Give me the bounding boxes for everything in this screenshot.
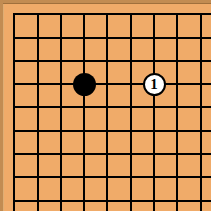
grid-cell [106,83,129,106]
grid-cell [153,153,176,176]
grid-cell [200,37,211,60]
grid-cell [83,200,106,211]
grid-cell [60,176,83,199]
grid-cell [60,200,83,211]
grid-cell [13,83,36,106]
grid-cell [130,106,153,129]
grid-cell [83,130,106,153]
grid-cell [106,106,129,129]
grid-cell [83,153,106,176]
grid-cell [13,13,36,36]
grid-cell [60,13,83,36]
grid-cell [176,60,199,83]
grid-cell [176,106,199,129]
grid-cell [153,176,176,199]
grid-cell [176,13,199,36]
grid-cell [37,200,60,211]
white-stone: 1 [143,73,166,96]
stone-move-number: 1 [150,76,158,91]
grid-cell [37,130,60,153]
grid-cell [106,130,129,153]
grid-cell [200,13,211,36]
grid-cell [37,83,60,106]
grid-cell [106,13,129,36]
grid-cell [13,200,36,211]
grid-cell [60,130,83,153]
grid-cell [106,60,129,83]
grid-cell [106,37,129,60]
grid-cell [176,176,199,199]
grid-cell [153,13,176,36]
grid-cell [200,176,211,199]
go-board-diagram: 1 [0,0,211,211]
grid-cell [37,60,60,83]
grid-cell [153,130,176,153]
grid-cell [130,13,153,36]
grid-cell [176,200,199,211]
black-stone [73,73,96,96]
grid-cell [153,37,176,60]
grid-cell [13,37,36,60]
grid-cell [13,130,36,153]
grid-cell [83,106,106,129]
grid-cell [13,176,36,199]
grid-cell [106,200,129,211]
grid-cell [37,13,60,36]
grid-cell [200,60,211,83]
grid-cell [130,176,153,199]
grid-cell [200,153,211,176]
grid-cell [106,153,129,176]
grid-cell [37,106,60,129]
grid-cell [83,13,106,36]
grid-cell [130,200,153,211]
grid-cell [13,153,36,176]
grid-cell [60,37,83,60]
grid-cell [83,176,106,199]
grid-cell [60,153,83,176]
grid-cell [130,37,153,60]
grid-cell [176,153,199,176]
grid-cell [37,153,60,176]
grid-cell [153,200,176,211]
grid-cell [83,37,106,60]
grid-cell [200,200,211,211]
grid-cell [200,130,211,153]
grid-cell [37,37,60,60]
grid-cell [130,130,153,153]
grid-cell [60,106,83,129]
grid-cell [153,106,176,129]
grid-cell [130,153,153,176]
grid-cell [106,176,129,199]
grid-cell [176,83,199,106]
grid-cell [176,130,199,153]
grid-cell [200,106,211,129]
grid-cell [200,83,211,106]
grid-cell [37,176,60,199]
grid-cell [13,106,36,129]
grid-cell [13,60,36,83]
grid-cell [176,37,199,60]
go-grid [13,13,211,211]
